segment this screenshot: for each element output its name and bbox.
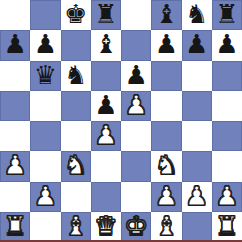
square-h4[interactable]	[212, 121, 242, 151]
square-a7[interactable]: ♟	[0, 30, 30, 60]
white-pawn-piece[interactable]: ♟	[34, 182, 57, 211]
square-c2[interactable]	[61, 182, 91, 212]
square-e3[interactable]	[121, 151, 151, 181]
square-c4[interactable]	[61, 121, 91, 151]
square-e6[interactable]: ♟	[121, 61, 151, 91]
black-king-piece[interactable]: ♚	[64, 0, 87, 29]
white-rook-piece[interactable]: ♜	[215, 212, 238, 241]
square-b5[interactable]	[30, 91, 60, 121]
square-f8[interactable]: ♝	[151, 0, 181, 30]
square-g3[interactable]	[182, 151, 212, 181]
white-rook-piece[interactable]: ♜	[3, 212, 26, 241]
square-f4[interactable]	[151, 121, 181, 151]
square-d2[interactable]	[91, 182, 121, 212]
square-a8[interactable]	[0, 0, 30, 30]
square-f2[interactable]: ♟	[151, 182, 181, 212]
square-b8[interactable]	[30, 0, 60, 30]
square-a5[interactable]	[0, 91, 30, 121]
square-h2[interactable]: ♟	[212, 182, 242, 212]
black-pawn-piece[interactable]: ♟	[155, 30, 178, 59]
square-h8[interactable]: ♜	[212, 0, 242, 30]
black-pawn-piece[interactable]: ♟	[215, 30, 238, 59]
square-g1[interactable]	[182, 212, 212, 242]
black-pawn-piece[interactable]: ♟	[3, 30, 26, 59]
black-pawn-piece[interactable]: ♟	[34, 30, 57, 59]
square-c1[interactable]: ♝	[61, 212, 91, 242]
white-pawn-piece[interactable]: ♟	[185, 182, 208, 211]
white-bishop-piece[interactable]: ♝	[155, 212, 178, 241]
square-g2[interactable]: ♟	[182, 182, 212, 212]
square-a3[interactable]: ♟	[0, 151, 30, 181]
square-c7[interactable]	[61, 30, 91, 60]
square-d5[interactable]: ♟	[91, 91, 121, 121]
square-f5[interactable]	[151, 91, 181, 121]
white-knight-piece[interactable]: ♞	[64, 151, 87, 180]
square-d4[interactable]: ♟	[91, 121, 121, 151]
square-f3[interactable]: ♞	[151, 151, 181, 181]
black-rook-piece[interactable]: ♜	[215, 0, 238, 29]
black-bishop-piece[interactable]: ♝	[155, 0, 178, 29]
white-pawn-piece[interactable]: ♟	[3, 151, 26, 180]
square-e2[interactable]	[121, 182, 151, 212]
square-g7[interactable]: ♟	[182, 30, 212, 60]
square-d3[interactable]	[91, 151, 121, 181]
square-h3[interactable]	[212, 151, 242, 181]
square-f1[interactable]: ♝	[151, 212, 181, 242]
square-h1[interactable]: ♜	[212, 212, 242, 242]
square-a6[interactable]	[0, 61, 30, 91]
square-c5[interactable]	[61, 91, 91, 121]
white-king-piece[interactable]: ♚	[124, 212, 147, 241]
square-h5[interactable]	[212, 91, 242, 121]
square-e1[interactable]: ♚	[121, 212, 151, 242]
square-a1[interactable]: ♜	[0, 212, 30, 242]
square-c6[interactable]: ♞	[61, 61, 91, 91]
square-d7[interactable]: ♝	[91, 30, 121, 60]
square-c3[interactable]: ♞	[61, 151, 91, 181]
square-g5[interactable]	[182, 91, 212, 121]
square-b4[interactable]	[30, 121, 60, 151]
square-b7[interactable]: ♟	[30, 30, 60, 60]
square-d1[interactable]: ♛	[91, 212, 121, 242]
square-a4[interactable]	[0, 121, 30, 151]
square-h7[interactable]: ♟	[212, 30, 242, 60]
square-d8[interactable]: ♜	[91, 0, 121, 30]
square-e7[interactable]	[121, 30, 151, 60]
black-pawn-piece[interactable]: ♟	[94, 91, 117, 120]
square-h6[interactable]	[212, 61, 242, 91]
black-knight-piece[interactable]: ♞	[64, 61, 87, 90]
square-e8[interactable]	[121, 0, 151, 30]
white-pawn-piece[interactable]: ♟	[215, 182, 238, 211]
square-d6[interactable]	[91, 61, 121, 91]
black-pawn-piece[interactable]: ♟	[185, 30, 208, 59]
chess-board: ♚♜♝♞♜♟♟♝♟♟♟♛♞♟♟♟♟♟♞♞♟♟♟♟♜♝♛♚♝♜	[0, 0, 242, 242]
white-bishop-piece[interactable]: ♝	[64, 212, 87, 241]
black-bishop-piece[interactable]: ♝	[94, 30, 117, 59]
white-pawn-piece[interactable]: ♟	[94, 121, 117, 150]
square-f7[interactable]: ♟	[151, 30, 181, 60]
square-c8[interactable]: ♚	[61, 0, 91, 30]
square-g6[interactable]	[182, 61, 212, 91]
square-b1[interactable]	[30, 212, 60, 242]
black-pawn-piece[interactable]: ♟	[124, 61, 147, 90]
square-g8[interactable]: ♞	[182, 0, 212, 30]
square-b2[interactable]: ♟	[30, 182, 60, 212]
black-rook-piece[interactable]: ♜	[94, 0, 117, 29]
square-b6[interactable]: ♛	[30, 61, 60, 91]
square-a2[interactable]	[0, 182, 30, 212]
white-pawn-piece[interactable]: ♟	[124, 91, 147, 120]
white-pawn-piece[interactable]: ♟	[155, 182, 178, 211]
white-queen-piece[interactable]: ♛	[94, 212, 117, 241]
black-queen-piece[interactable]: ♛	[34, 61, 57, 90]
square-e5[interactable]: ♟	[121, 91, 151, 121]
black-knight-piece[interactable]: ♞	[185, 0, 208, 29]
square-e4[interactable]	[121, 121, 151, 151]
square-b3[interactable]	[30, 151, 60, 181]
white-knight-piece[interactable]: ♞	[155, 151, 178, 180]
square-f6[interactable]	[151, 61, 181, 91]
square-g4[interactable]	[182, 121, 212, 151]
